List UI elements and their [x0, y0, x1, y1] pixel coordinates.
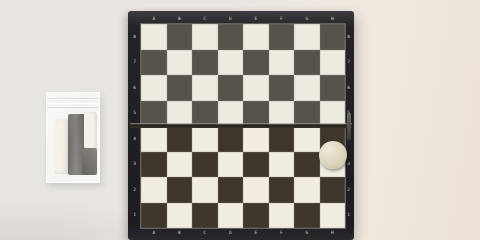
- square-e2: [243, 177, 269, 203]
- square-g1: [294, 203, 320, 229]
- square-h1: [320, 203, 346, 229]
- chess-board: ABCDEFGH ABCDEFGH 87654321 87654321: [128, 11, 354, 240]
- square-a7: [141, 50, 167, 76]
- rank-label: 7: [347, 60, 350, 65]
- rank-label: 2: [347, 188, 350, 193]
- rank-label: 1: [133, 213, 136, 218]
- file-label: E: [254, 231, 257, 236]
- square-d3: [218, 152, 244, 178]
- file-label: E: [254, 17, 257, 22]
- rank-label: 8: [347, 35, 350, 40]
- piece-bag: [46, 92, 100, 183]
- file-label: F: [280, 17, 283, 22]
- square-g4: [294, 126, 320, 152]
- square-d6: [218, 75, 244, 101]
- rank-label: 4: [133, 137, 136, 142]
- square-e6: [243, 75, 269, 101]
- square-d1: [218, 203, 244, 229]
- square-c1: [192, 203, 218, 229]
- square-a6: [141, 75, 167, 101]
- file-label: D: [229, 231, 232, 236]
- rank-label: 3: [133, 162, 136, 167]
- square-c8: [192, 24, 218, 50]
- loose-white-disc: [319, 141, 347, 169]
- square-d8: [218, 24, 244, 50]
- square-c6: [192, 75, 218, 101]
- board-fold-hinge: [130, 123, 352, 128]
- square-e3: [243, 152, 269, 178]
- rank-label: 6: [133, 86, 136, 91]
- square-f1: [269, 203, 295, 229]
- file-label: B: [178, 17, 181, 22]
- square-d2: [218, 177, 244, 203]
- rank-label: 6: [347, 86, 350, 91]
- square-f2: [269, 177, 295, 203]
- square-c4: [192, 126, 218, 152]
- file-label: B: [178, 231, 181, 236]
- square-a4: [141, 126, 167, 152]
- file-label: C: [203, 17, 206, 22]
- file-label: G: [305, 17, 308, 22]
- rank-label: 3: [347, 162, 350, 167]
- square-d7: [218, 50, 244, 76]
- square-b7: [167, 50, 193, 76]
- hinge-latch: [347, 113, 351, 140]
- square-g3: [294, 152, 320, 178]
- square-d4: [218, 126, 244, 152]
- square-g2: [294, 177, 320, 203]
- bag-plastic-sheen: [46, 92, 100, 183]
- square-a3: [141, 152, 167, 178]
- file-labels-top: ABCDEFGH: [141, 17, 345, 22]
- file-labels-bottom: ABCDEFGH: [141, 231, 345, 236]
- file-label: A: [152, 17, 155, 22]
- square-g6: [294, 75, 320, 101]
- square-g8: [294, 24, 320, 50]
- rank-label: 7: [133, 60, 136, 65]
- square-c3: [192, 152, 218, 178]
- file-label: H: [331, 17, 334, 22]
- photo-scene: ABCDEFGH ABCDEFGH 87654321 87654321: [0, 0, 480, 240]
- square-b6: [167, 75, 193, 101]
- file-label: G: [305, 231, 308, 236]
- square-e4: [243, 126, 269, 152]
- file-label: D: [229, 17, 232, 22]
- square-f3: [269, 152, 295, 178]
- square-e7: [243, 50, 269, 76]
- square-c7: [192, 50, 218, 76]
- rank-label: 8: [133, 35, 136, 40]
- square-h2: [320, 177, 346, 203]
- square-e1: [243, 203, 269, 229]
- square-h8: [320, 24, 346, 50]
- rank-label: 5: [133, 111, 136, 116]
- file-label: H: [331, 231, 334, 236]
- square-e8: [243, 24, 269, 50]
- rank-label: 1: [347, 213, 350, 218]
- square-c2: [192, 177, 218, 203]
- file-label: A: [152, 231, 155, 236]
- square-b3: [167, 152, 193, 178]
- square-a8: [141, 24, 167, 50]
- square-g7: [294, 50, 320, 76]
- square-f7: [269, 50, 295, 76]
- square-b4: [167, 126, 193, 152]
- file-label: C: [203, 231, 206, 236]
- rank-label: 2: [133, 188, 136, 193]
- square-a2: [141, 177, 167, 203]
- square-f4: [269, 126, 295, 152]
- square-b1: [167, 203, 193, 229]
- square-h7: [320, 50, 346, 76]
- square-b2: [167, 177, 193, 203]
- square-f6: [269, 75, 295, 101]
- square-b8: [167, 24, 193, 50]
- square-h6: [320, 75, 346, 101]
- file-label: F: [280, 231, 283, 236]
- square-a1: [141, 203, 167, 229]
- square-f8: [269, 24, 295, 50]
